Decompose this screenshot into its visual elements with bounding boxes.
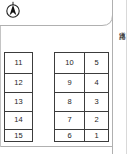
stall-block-right: 10 5 9 4 8 3 7 2 6 1	[54, 52, 109, 142]
stall-7: 7	[55, 111, 84, 129]
stall-9: 9	[55, 73, 84, 92]
stall-column-left: 11 12 13 14 15	[4, 52, 33, 142]
stall-14: 14	[5, 111, 32, 129]
stall-12: 12	[5, 73, 32, 92]
stall-11: 11	[5, 53, 32, 73]
stall-4: 4	[84, 73, 108, 92]
top-boundary-line	[0, 15, 113, 26]
stall-15: 15	[5, 129, 32, 142]
stall-6: 6	[55, 129, 84, 142]
stall-10: 10	[55, 53, 84, 73]
stall-8: 8	[55, 92, 84, 111]
stall-13: 13	[5, 92, 32, 111]
road-label: 道路	[114, 26, 126, 28]
stall-5: 5	[84, 53, 108, 73]
stall-2: 2	[84, 111, 108, 129]
north-compass-icon	[7, 2, 19, 17]
stall-1: 1	[84, 129, 108, 142]
parking-lot-map: 11 12 13 14 15 10 5 9 4 8 3 7 2 6 1 道路	[0, 0, 128, 154]
stall-3: 3	[84, 92, 108, 111]
